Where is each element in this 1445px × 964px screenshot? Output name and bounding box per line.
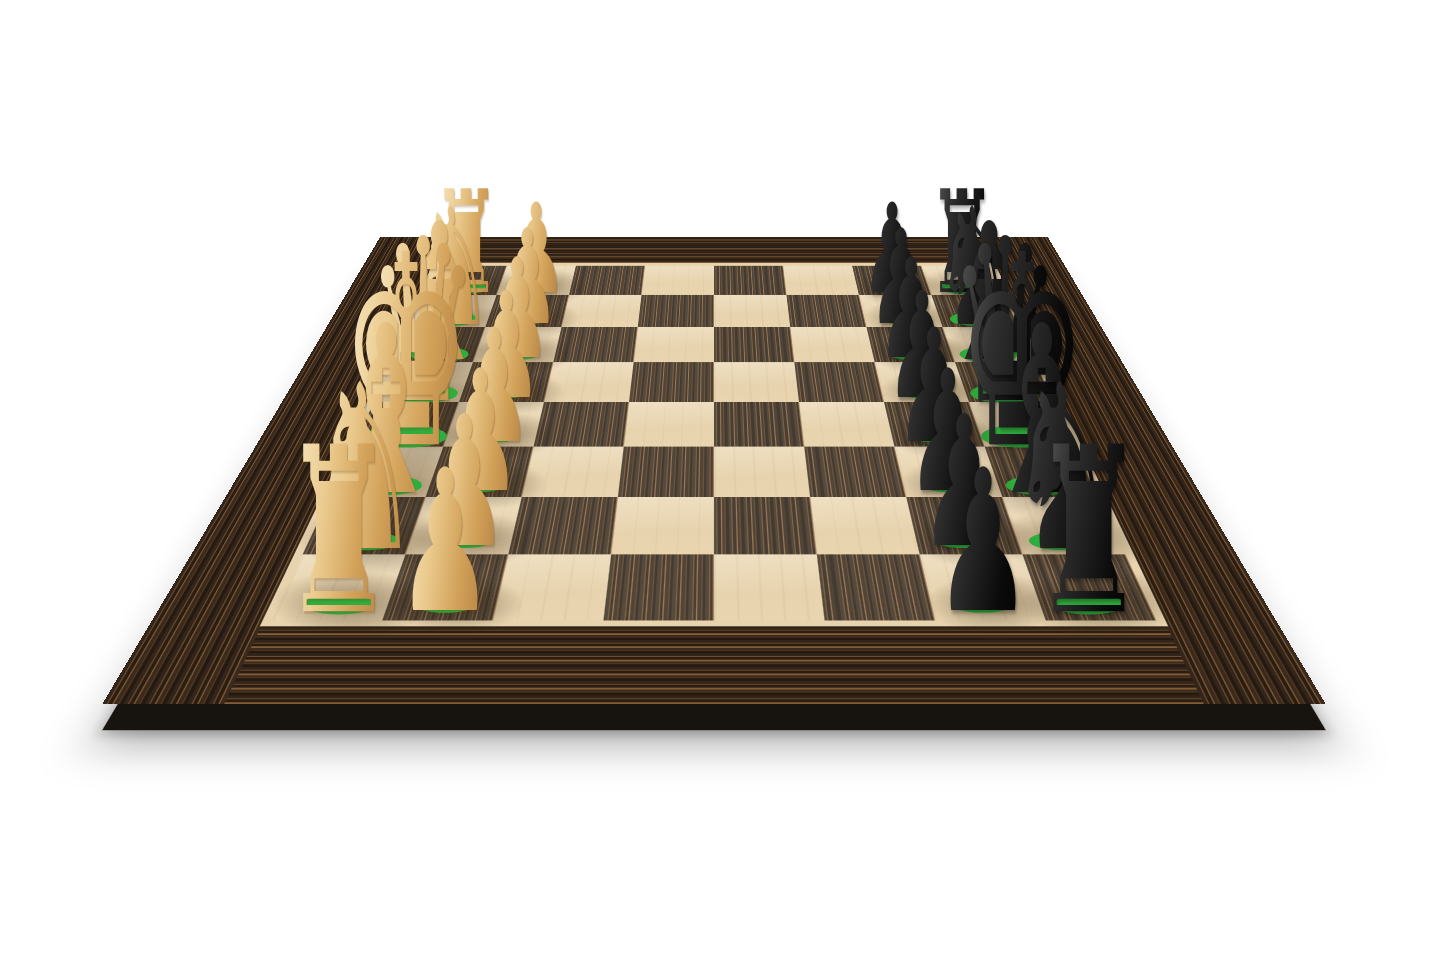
square-f3 (522, 447, 624, 497)
square-a1 (424, 266, 507, 295)
square-d5 (714, 362, 799, 402)
square-f6 (804, 447, 906, 497)
square-f7 (894, 447, 1002, 497)
square-a4 (642, 266, 714, 295)
square-e4 (624, 402, 714, 447)
square-f2 (426, 447, 534, 497)
square-a6 (783, 266, 859, 295)
square-a3 (569, 266, 645, 295)
square-g5 (714, 497, 817, 554)
square-a2 (497, 266, 576, 295)
square-e6 (799, 402, 894, 447)
square-e3 (534, 402, 629, 447)
square-b5 (714, 295, 790, 327)
square-b6 (786, 295, 866, 327)
board (102, 237, 1326, 704)
square-g3 (508, 497, 618, 554)
square-h2 (382, 554, 508, 620)
square-c5 (714, 327, 794, 363)
square-f5 (714, 447, 810, 497)
square-a5 (714, 266, 786, 295)
square-h5 (714, 554, 825, 620)
square-g2 (405, 497, 521, 554)
square-d2 (459, 362, 553, 402)
square-c4 (634, 327, 714, 363)
square-c7 (866, 327, 955, 363)
square-c3 (553, 327, 638, 363)
square-a8 (921, 266, 1004, 295)
square-g6 (810, 497, 920, 554)
square-c2 (473, 327, 562, 363)
square-h6 (817, 554, 935, 620)
square-d4 (629, 362, 714, 402)
square-e5 (714, 402, 804, 447)
square-c6 (790, 327, 875, 363)
square-a7 (852, 266, 931, 295)
scene: ♜♞♝♛♚♝♞♜♟♟♟♟♟♟♟♟♜♞♝♛♚♝♞♜♟♟♟♟♟♟♟♟ (0, 0, 1445, 964)
square-g4 (611, 497, 714, 554)
square-f4 (618, 447, 714, 497)
square-c8 (943, 327, 1036, 363)
square-d1 (374, 362, 473, 402)
square-e7 (884, 402, 985, 447)
square-d3 (544, 362, 634, 402)
square-d7 (875, 362, 969, 402)
square-b8 (931, 295, 1018, 327)
square-b7 (859, 295, 943, 327)
square-b1 (409, 295, 496, 327)
square-h4 (603, 554, 714, 620)
square-b4 (638, 295, 714, 327)
square-d6 (794, 362, 884, 402)
square-c1 (393, 327, 486, 363)
square-h3 (493, 554, 611, 620)
square-b2 (485, 295, 569, 327)
square-e2 (443, 402, 544, 447)
square-b3 (562, 295, 642, 327)
